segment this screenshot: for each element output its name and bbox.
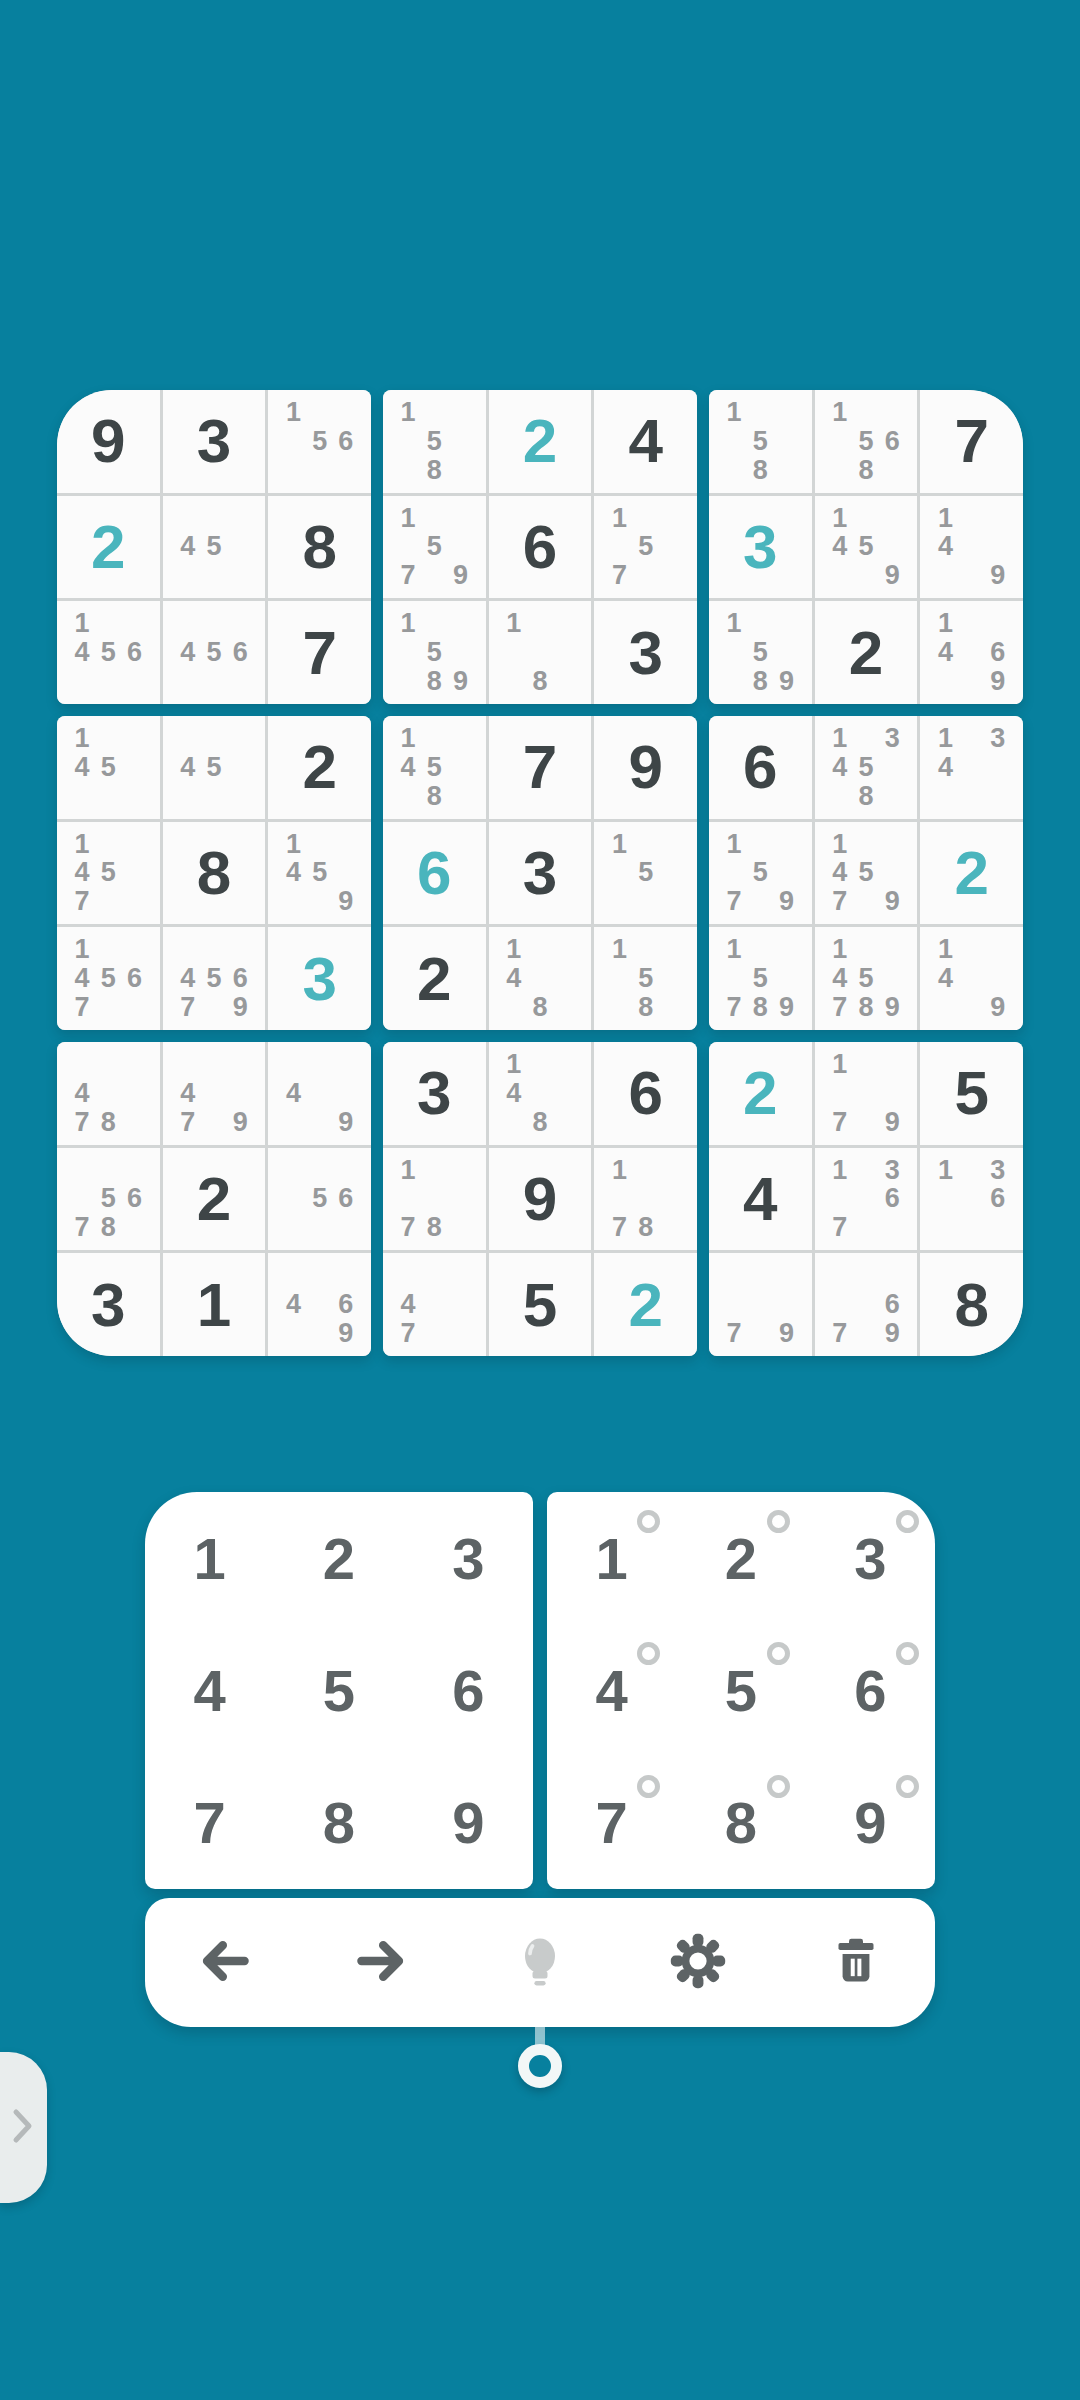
cell-r2c4[interactable]: 1579	[383, 496, 486, 599]
note-9: 9	[333, 887, 359, 916]
note-4: 4	[501, 1079, 527, 1108]
note-8: 8	[421, 782, 447, 811]
note-1: 1	[501, 1050, 527, 1079]
cell-r9c1[interactable]: 3	[57, 1253, 160, 1356]
note-7: 7	[69, 1108, 95, 1137]
note-5: 5	[95, 753, 121, 782]
cell-r8c2[interactable]: 2	[163, 1148, 266, 1251]
cell-r9c9[interactable]: 8	[920, 1253, 1023, 1356]
pencil-marks: 56	[280, 1156, 359, 1243]
key-digit: 7	[194, 1789, 226, 1856]
cell-r3c5[interactable]: 18	[489, 601, 592, 704]
note-1: 1	[501, 935, 527, 964]
note-4: 4	[932, 964, 958, 993]
note-1: 1	[69, 724, 95, 753]
cell-r8c1[interactable]: 5678	[57, 1148, 160, 1251]
note-8: 8	[527, 993, 553, 1022]
arrow-left-icon	[195, 1932, 253, 1993]
cell-r6c8[interactable]: 145789	[815, 927, 918, 1030]
settings-button[interactable]	[619, 1898, 777, 2027]
cell-value: 9	[628, 736, 662, 798]
cell-r7c3[interactable]: 49	[268, 1042, 371, 1145]
cell-r5c3[interactable]: 1459	[268, 822, 371, 925]
cell-r7c8[interactable]: 179	[815, 1042, 918, 1145]
note-5: 5	[633, 859, 659, 888]
cell-r6c1[interactable]: 14567	[57, 927, 160, 1030]
cell-value: 7	[302, 622, 336, 684]
cell-r1c6[interactable]: 4	[594, 390, 697, 493]
cell-r8c8[interactable]: 1367	[815, 1148, 918, 1251]
note-5: 5	[95, 964, 121, 993]
key-digit: 7	[596, 1789, 628, 1856]
note-8: 8	[853, 993, 879, 1022]
note-8: 8	[747, 993, 773, 1022]
cell-r9c4[interactable]: 47	[383, 1253, 486, 1356]
cell-r6c4[interactable]: 2	[383, 927, 486, 1030]
note-5: 5	[421, 753, 447, 782]
note-1: 1	[721, 398, 747, 427]
note-6: 6	[333, 1290, 359, 1319]
board-box-9: 2179541367136796798	[709, 1042, 1023, 1356]
note-3: 3	[879, 1156, 905, 1185]
note-5: 5	[307, 427, 333, 456]
pencil-marks: 134	[932, 724, 1011, 811]
note-9: 9	[333, 1319, 359, 1348]
note-9: 9	[447, 561, 473, 590]
cell-value: 9	[523, 1168, 557, 1230]
cell-value: 3	[197, 410, 231, 472]
note-9: 9	[985, 561, 1011, 590]
note-9: 9	[879, 887, 905, 916]
note-4: 4	[827, 533, 853, 562]
numpad-normal-key-2[interactable]: 2	[274, 1492, 403, 1624]
note-1: 1	[606, 1156, 632, 1185]
numpad-normal-key-3[interactable]: 3	[404, 1492, 533, 1624]
cell-r6c6[interactable]: 158	[594, 927, 697, 1030]
cell-r8c5[interactable]: 9	[489, 1148, 592, 1251]
cell-r3c1[interactable]: 1456	[57, 601, 160, 704]
note-1: 1	[932, 724, 958, 753]
board-box-2: 15824157961571589183	[383, 390, 697, 704]
cell-r4c5[interactable]: 7	[489, 716, 592, 819]
key-digit: 1	[194, 1525, 226, 1592]
cell-r1c1[interactable]: 9	[57, 390, 160, 493]
cell-r7c4[interactable]: 3	[383, 1042, 486, 1145]
pencil-marks: 5678	[69, 1156, 148, 1243]
note-9: 9	[447, 667, 473, 696]
cell-value: 4	[628, 410, 662, 472]
cell-r4c7[interactable]: 6	[709, 716, 812, 819]
note-8: 8	[421, 667, 447, 696]
note-4: 4	[395, 753, 421, 782]
key-digit: 9	[854, 1789, 886, 1856]
cell-r8c7[interactable]: 4	[709, 1148, 812, 1251]
cell-r8c3[interactable]: 56	[268, 1148, 371, 1251]
note-ring-icon	[896, 1775, 919, 1798]
cell-r9c7[interactable]: 79	[709, 1253, 812, 1356]
note-5: 5	[201, 753, 227, 782]
pencil-marks: 156	[280, 398, 359, 485]
cell-value: 3	[743, 516, 777, 578]
note-5: 5	[201, 533, 227, 562]
cell-value: 2	[849, 622, 883, 684]
note-1: 1	[721, 609, 747, 638]
pencil-marks: 1589	[721, 609, 800, 696]
pencil-marks: 1459	[827, 504, 906, 591]
note-4: 4	[175, 638, 201, 667]
note-ring-icon	[637, 1510, 660, 1533]
note-7: 7	[606, 561, 632, 590]
note-6: 6	[985, 638, 1011, 667]
cell-r9c5[interactable]: 5	[489, 1253, 592, 1356]
note-1: 1	[395, 504, 421, 533]
note-1: 1	[932, 935, 958, 964]
note-7: 7	[606, 1213, 632, 1242]
note-7: 7	[827, 1213, 853, 1242]
cell-r1c8[interactable]: 1568	[815, 390, 918, 493]
numpad-normal-key-6[interactable]: 6	[404, 1624, 533, 1756]
cell-value: 2	[954, 842, 988, 904]
numpad-notes-key-9[interactable]: 9	[806, 1757, 935, 1889]
cell-value: 6	[628, 1062, 662, 1124]
note-5: 5	[421, 427, 447, 456]
note-5: 5	[747, 964, 773, 993]
cell-value: 2	[523, 410, 557, 472]
note-1: 1	[827, 1050, 853, 1079]
note-ring-icon	[767, 1775, 790, 1798]
note-6: 6	[879, 1185, 905, 1214]
cell-r9c6[interactable]: 2	[594, 1253, 697, 1356]
note-4: 4	[501, 964, 527, 993]
note-4: 4	[175, 964, 201, 993]
note-1: 1	[606, 830, 632, 859]
cell-r9c3[interactable]: 469	[268, 1253, 371, 1356]
cell-value: 2	[302, 736, 336, 798]
cell-r3c6[interactable]: 3	[594, 601, 697, 704]
note-ring-icon	[637, 1775, 660, 1798]
cell-r4c4[interactable]: 1458	[383, 716, 486, 819]
numpad-notes-key-3[interactable]: 3	[806, 1492, 935, 1624]
cell-r2c1[interactable]: 2	[57, 496, 160, 599]
note-5: 5	[853, 533, 879, 562]
note-1: 1	[932, 504, 958, 533]
cell-value: 6	[417, 842, 451, 904]
cell-value: 1	[197, 1274, 231, 1336]
cell-r6c9[interactable]: 149	[920, 927, 1023, 1030]
note-5: 5	[95, 1185, 121, 1214]
note-4: 4	[69, 638, 95, 667]
numpad-notes-key-8[interactable]: 8	[676, 1757, 805, 1889]
note-4: 4	[69, 1079, 95, 1108]
cell-r4c9[interactable]: 134	[920, 716, 1023, 819]
cell-r6c3[interactable]: 3	[268, 927, 371, 1030]
cell-r8c4[interactable]: 178	[383, 1148, 486, 1251]
cell-r8c9[interactable]: 136	[920, 1148, 1023, 1251]
redo-button[interactable]	[303, 1898, 461, 2027]
key-digit: 6	[452, 1657, 484, 1724]
note-4: 4	[280, 1079, 306, 1108]
cell-r7c9[interactable]: 5	[920, 1042, 1023, 1145]
note-1: 1	[501, 609, 527, 638]
cell-r3c8[interactable]: 2	[815, 601, 918, 704]
note-4: 4	[69, 859, 95, 888]
note-6: 6	[879, 427, 905, 456]
note-5: 5	[201, 638, 227, 667]
pencil-marks: 1367	[827, 1156, 906, 1243]
pencil-marks: 145789	[827, 935, 906, 1022]
cell-r5c4[interactable]: 6	[383, 822, 486, 925]
note-7: 7	[827, 887, 853, 916]
note-8: 8	[747, 667, 773, 696]
key-digit: 8	[725, 1789, 757, 1856]
cell-value: 9	[91, 410, 125, 472]
cell-r7c7[interactable]: 2	[709, 1042, 812, 1145]
note-4: 4	[69, 964, 95, 993]
cell-r1c4[interactable]: 158	[383, 390, 486, 493]
cell-r3c9[interactable]: 1469	[920, 601, 1023, 704]
cell-r5c8[interactable]: 14579	[815, 822, 918, 925]
note-5: 5	[95, 638, 121, 667]
note-1: 1	[69, 609, 95, 638]
pencil-marks: 148	[501, 1050, 580, 1137]
note-1: 1	[721, 830, 747, 859]
cell-r5c5[interactable]: 3	[489, 822, 592, 925]
note-1: 1	[606, 935, 632, 964]
cell-r4c8[interactable]: 13458	[815, 716, 918, 819]
note-ring-icon	[767, 1642, 790, 1665]
cell-r1c7[interactable]: 158	[709, 390, 812, 493]
cell-r4c2[interactable]: 45	[163, 716, 266, 819]
key-digit: 5	[725, 1657, 757, 1724]
cell-r2c6[interactable]: 157	[594, 496, 697, 599]
cell-r5c6[interactable]: 15	[594, 822, 697, 925]
note-9: 9	[773, 1319, 799, 1348]
cell-value: 8	[302, 516, 336, 578]
pencil-marks: 157	[606, 504, 685, 591]
cell-r9c2[interactable]: 1	[163, 1253, 266, 1356]
pencil-marks: 14567	[69, 935, 148, 1022]
pencil-marks: 679	[827, 1261, 906, 1348]
pencil-marks: 1458	[395, 724, 474, 811]
cell-r8c6[interactable]: 178	[594, 1148, 697, 1251]
numpad-notes-key-5[interactable]: 5	[676, 1624, 805, 1756]
cell-value: 2	[197, 1168, 231, 1230]
cell-r7c2[interactable]: 479	[163, 1042, 266, 1145]
sudoku-board: 9315624581456456715824157961571589183158…	[57, 390, 1023, 1356]
note-1: 1	[827, 724, 853, 753]
erase-button[interactable]	[777, 1898, 935, 2027]
cell-r5c7[interactable]: 1579	[709, 822, 812, 925]
cell-value: 3	[523, 842, 557, 904]
note-3: 3	[985, 1156, 1011, 1185]
cell-r2c2[interactable]: 45	[163, 496, 266, 599]
note-8: 8	[527, 667, 553, 696]
cell-value: 6	[743, 736, 777, 798]
numpad-notes-key-7[interactable]: 7	[547, 1757, 676, 1889]
pencil-marks: 479	[175, 1050, 254, 1137]
pencil-marks: 18	[501, 609, 580, 696]
note-1: 1	[721, 935, 747, 964]
note-8: 8	[633, 1213, 659, 1242]
hint-button[interactable]	[461, 1898, 619, 2027]
cell-r7c6[interactable]: 6	[594, 1042, 697, 1145]
pencil-marks: 13458	[827, 724, 906, 811]
pencil-marks: 158	[606, 935, 685, 1022]
pencil-marks: 149	[932, 504, 1011, 591]
cell-r3c4[interactable]: 1589	[383, 601, 486, 704]
note-6: 6	[227, 638, 253, 667]
pencil-marks: 1579	[721, 830, 800, 917]
cell-r2c3[interactable]: 8	[268, 496, 371, 599]
cell-r4c1[interactable]: 145	[57, 716, 160, 819]
cell-r2c5[interactable]: 6	[489, 496, 592, 599]
note-7: 7	[721, 993, 747, 1022]
cell-r3c2[interactable]: 456	[163, 601, 266, 704]
cell-value: 3	[91, 1274, 125, 1336]
cell-r2c8[interactable]: 1459	[815, 496, 918, 599]
cell-r4c3[interactable]: 2	[268, 716, 371, 819]
key-digit: 9	[452, 1789, 484, 1856]
note-6: 6	[121, 638, 147, 667]
numpad-notes-key-2[interactable]: 2	[676, 1492, 805, 1624]
cell-r1c2[interactable]: 3	[163, 390, 266, 493]
note-5: 5	[307, 1185, 333, 1214]
cell-value: 3	[302, 948, 336, 1010]
undo-button[interactable]	[145, 1898, 303, 2027]
numpad-normal-key-5[interactable]: 5	[274, 1624, 403, 1756]
pencil-marks: 1457	[69, 830, 148, 917]
note-5: 5	[95, 859, 121, 888]
pencil-marks: 1589	[395, 609, 474, 696]
note-1: 1	[827, 935, 853, 964]
note-7: 7	[395, 1319, 421, 1348]
note-1: 1	[69, 935, 95, 964]
numpad-notes-key-1[interactable]: 1	[547, 1492, 676, 1624]
note-4: 4	[932, 533, 958, 562]
cell-r3c3[interactable]: 7	[268, 601, 371, 704]
numpad-notes-key-6[interactable]: 6	[806, 1624, 935, 1756]
note-1: 1	[827, 830, 853, 859]
note-7: 7	[69, 993, 95, 1022]
note-4: 4	[175, 753, 201, 782]
note-6: 6	[121, 964, 147, 993]
note-8: 8	[853, 456, 879, 485]
cell-r6c2[interactable]: 45679	[163, 927, 266, 1030]
note-4: 4	[827, 859, 853, 888]
note-1: 1	[395, 1156, 421, 1185]
pencil-marks: 456	[175, 609, 254, 696]
note-1: 1	[827, 1156, 853, 1185]
note-9: 9	[773, 887, 799, 916]
cell-r4c6[interactable]: 9	[594, 716, 697, 819]
cell-value: 7	[954, 410, 988, 472]
pencil-marks: 15789	[721, 935, 800, 1022]
cell-r7c5[interactable]: 148	[489, 1042, 592, 1145]
note-3: 3	[879, 724, 905, 753]
cell-value: 5	[954, 1062, 988, 1124]
cell-r5c2[interactable]: 8	[163, 822, 266, 925]
cell-r6c7[interactable]: 15789	[709, 927, 812, 1030]
note-9: 9	[879, 1108, 905, 1137]
key-digit: 3	[854, 1525, 886, 1592]
cell-value: 5	[523, 1274, 557, 1336]
cell-value: 7	[523, 736, 557, 798]
note-5: 5	[633, 964, 659, 993]
note-4: 4	[395, 1290, 421, 1319]
numpad-normal-key-7[interactable]: 7	[145, 1757, 274, 1889]
pull-handle-ring[interactable]	[518, 2044, 562, 2088]
numpad-normal-key-9[interactable]: 9	[404, 1757, 533, 1889]
pencil-marks: 1459	[280, 830, 359, 917]
cell-r1c3[interactable]: 156	[268, 390, 371, 493]
note-4: 4	[932, 753, 958, 782]
cell-value: 2	[417, 948, 451, 1010]
key-digit: 8	[323, 1789, 355, 1856]
note-4: 4	[827, 964, 853, 993]
numpad-notes-key-4[interactable]: 4	[547, 1624, 676, 1756]
cell-r5c9[interactable]: 2	[920, 822, 1023, 925]
cell-r5c1[interactable]: 1457	[57, 822, 160, 925]
note-1: 1	[827, 398, 853, 427]
note-4: 4	[827, 753, 853, 782]
cell-value: 2	[628, 1274, 662, 1336]
pencil-marks: 179	[827, 1050, 906, 1137]
cell-r2c7[interactable]: 3	[709, 496, 812, 599]
cell-r1c5[interactable]: 2	[489, 390, 592, 493]
numpad-normal-key-8[interactable]: 8	[274, 1757, 403, 1889]
key-digit: 4	[194, 1657, 226, 1724]
cell-value: 2	[91, 516, 125, 578]
pencil-marks: 14579	[827, 830, 906, 917]
cell-r9c8[interactable]: 679	[815, 1253, 918, 1356]
cell-r6c5[interactable]: 148	[489, 927, 592, 1030]
pencil-marks: 45	[175, 724, 254, 811]
note-6: 6	[985, 1185, 1011, 1214]
note-8: 8	[527, 1108, 553, 1137]
note-5: 5	[747, 638, 773, 667]
note-8: 8	[421, 1213, 447, 1242]
note-5: 5	[307, 859, 333, 888]
pencil-marks: 1579	[395, 504, 474, 591]
note-ring-icon	[896, 1510, 919, 1533]
note-1: 1	[606, 504, 632, 533]
cell-r2c9[interactable]: 149	[920, 496, 1023, 599]
note-6: 6	[121, 1185, 147, 1214]
note-1: 1	[395, 724, 421, 753]
pencil-marks: 45	[175, 504, 254, 591]
note-9: 9	[227, 993, 253, 1022]
note-1: 1	[932, 1156, 958, 1185]
key-digit: 5	[323, 1657, 355, 1724]
note-1: 1	[827, 504, 853, 533]
pencil-marks: 145	[69, 724, 148, 811]
cell-r1c9[interactable]: 7	[920, 390, 1023, 493]
gear-icon	[669, 1932, 727, 1993]
numpad-normal-key-4[interactable]: 4	[145, 1624, 274, 1756]
cell-r3c7[interactable]: 1589	[709, 601, 812, 704]
cell-value: 4	[743, 1168, 777, 1230]
note-ring-icon	[767, 1510, 790, 1533]
cell-r7c1[interactable]: 478	[57, 1042, 160, 1145]
note-7: 7	[395, 1213, 421, 1242]
note-5: 5	[747, 859, 773, 888]
drawer-tab[interactable]	[0, 2052, 47, 2203]
note-6: 6	[227, 964, 253, 993]
note-5: 5	[853, 753, 879, 782]
pencil-marks: 136	[932, 1156, 1011, 1243]
note-1: 1	[280, 398, 306, 427]
numpad-normal-key-1[interactable]: 1	[145, 1492, 274, 1624]
